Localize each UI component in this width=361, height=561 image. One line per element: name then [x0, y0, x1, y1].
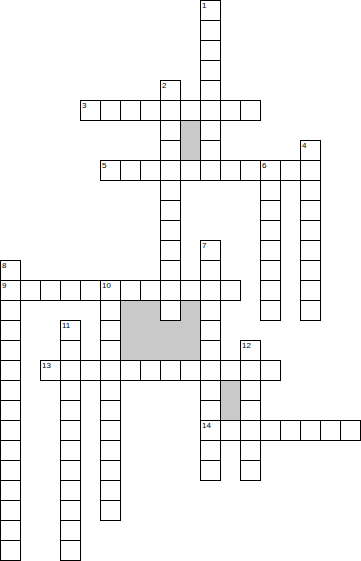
blocked-cell-r16c9: [180, 320, 201, 341]
crossword-cell-r4c10[interactable]: [200, 80, 221, 101]
crossword-cell-r19c5[interactable]: [100, 380, 121, 401]
crossword-cell-r21c15[interactable]: [300, 420, 321, 441]
crossword-cell-r5c10[interactable]: [200, 100, 221, 121]
crossword-cell-r3c10[interactable]: [200, 60, 221, 81]
crossword-cell-r21c14[interactable]: [280, 420, 301, 441]
crossword-cell-r16c5[interactable]: [100, 320, 121, 341]
blocked-cell-r6c9: [180, 120, 201, 141]
crossword-cell-r14c7[interactable]: [140, 280, 161, 301]
crossword-cell-r12c10[interactable]: [200, 240, 221, 261]
crossword-cell-r21c16[interactable]: [320, 420, 341, 441]
crossword-cell-r15c5[interactable]: [100, 300, 121, 321]
crossword-cell-r8c14[interactable]: [280, 160, 301, 181]
blocked-cell-r16c6: [120, 320, 141, 341]
crossword-cell-r26c3[interactable]: [60, 520, 81, 541]
crossword-cell-r14c11[interactable]: [220, 280, 241, 301]
crossword-cell-r17c0[interactable]: [0, 340, 21, 361]
crossword-cell-r21c10[interactable]: [200, 420, 221, 441]
blocked-cell-r17c8: [160, 340, 181, 361]
crossword-cell-r18c0[interactable]: [0, 360, 21, 381]
crossword-cell-r18c10[interactable]: [200, 360, 221, 381]
crossword-cell-r24c3[interactable]: [60, 480, 81, 501]
crossword-cell-r8c8[interactable]: [160, 160, 181, 181]
crossword-cell-r18c7[interactable]: [140, 360, 161, 381]
blocked-cell-r7c9: [180, 140, 201, 161]
crossword-cell-r14c13[interactable]: [260, 280, 281, 301]
crossword-cell-r7c10[interactable]: [200, 140, 221, 161]
crossword-cell-r23c3[interactable]: [60, 460, 81, 481]
crossword-cell-r5c11[interactable]: [220, 100, 241, 121]
crossword-cell-r17c5[interactable]: [100, 340, 121, 361]
blocked-cell-r16c7: [140, 320, 161, 341]
blocked-cell-r15c9: [180, 300, 201, 321]
crossword-cell-r8c11[interactable]: [220, 160, 241, 181]
crossword-cell-r23c10[interactable]: [200, 460, 221, 481]
crossword-cell-r23c5[interactable]: [100, 460, 121, 481]
crossword-cell-r21c12[interactable]: [240, 420, 261, 441]
blocked-cell-r17c9: [180, 340, 201, 361]
crossword-cell-r9c13[interactable]: [260, 180, 281, 201]
crossword-cell-r8c6[interactable]: [120, 160, 141, 181]
crossword-cell-r20c12[interactable]: [240, 400, 261, 421]
crossword-cell-r18c8[interactable]: [160, 360, 181, 381]
crossword-cell-r14c1[interactable]: [20, 280, 41, 301]
blocked-cell-r20c11: [220, 400, 241, 421]
crossword-cell-r8c13[interactable]: [260, 160, 281, 181]
crossword-cell-r17c3[interactable]: [60, 340, 81, 361]
crossword-cell-r14c15[interactable]: [300, 280, 321, 301]
crossword-cell-r13c13[interactable]: [260, 260, 281, 281]
crossword-cell-r11c8[interactable]: [160, 220, 181, 241]
crossword-cell-r8c12[interactable]: [240, 160, 261, 181]
crossword-cell-r22c12[interactable]: [240, 440, 261, 461]
crossword-cell-r8c15[interactable]: [300, 160, 321, 181]
blocked-cell-r17c7: [140, 340, 161, 361]
crossword-cell-r19c3[interactable]: [60, 380, 81, 401]
crossword-cell-r27c0[interactable]: [0, 540, 21, 561]
crossword-cell-r18c12[interactable]: [240, 360, 261, 381]
crossword-cell-r11c15[interactable]: [300, 220, 321, 241]
crossword-cell-r15c10[interactable]: [200, 300, 221, 321]
crossword-cell-r7c8[interactable]: [160, 140, 181, 161]
crossword-cell-r21c0[interactable]: [0, 420, 21, 441]
crossword-cell-r22c0[interactable]: [0, 440, 21, 461]
crossword-cell-r5c9[interactable]: [180, 100, 201, 121]
crossword-cell-r16c0[interactable]: [0, 320, 21, 341]
crossword-cell-r11c13[interactable]: [260, 220, 281, 241]
crossword-cell-r13c15[interactable]: [300, 260, 321, 281]
crossword-cell-r25c5[interactable]: [100, 500, 121, 521]
crossword-cell-r15c15[interactable]: [300, 300, 321, 321]
crossword-cell-r22c3[interactable]: [60, 440, 81, 461]
crossword-cell-r15c0[interactable]: [0, 300, 21, 321]
crossword-cell-r13c10[interactable]: [200, 260, 221, 281]
crossword-cell-r23c12[interactable]: [240, 460, 261, 481]
crossword-cell-r16c10[interactable]: [200, 320, 221, 341]
blocked-cell-r17c6: [120, 340, 141, 361]
crossword-cell-r17c12[interactable]: [240, 340, 261, 361]
crossword-cell-r7c15[interactable]: [300, 140, 321, 161]
crossword-cell-r14c10[interactable]: [200, 280, 221, 301]
blocked-cell-r15c6: [120, 300, 141, 321]
crossword-cell-r17c10[interactable]: [200, 340, 221, 361]
crossword-cell-r8c5[interactable]: [100, 160, 121, 181]
crossword-cell-r21c13[interactable]: [260, 420, 281, 441]
blocked-cell-r15c7: [140, 300, 161, 321]
crossword-cell-r21c5[interactable]: [100, 420, 121, 441]
crossword-cell-r21c11[interactable]: [220, 420, 241, 441]
crossword-cell-r21c3[interactable]: [60, 420, 81, 441]
crossword-cell-r22c5[interactable]: [100, 440, 121, 461]
crossword-cell-r20c5[interactable]: [100, 400, 121, 421]
crossword-cell-r20c0[interactable]: [0, 400, 21, 421]
crossword-cell-r10c13[interactable]: [260, 200, 281, 221]
crossword-cell-r8c10[interactable]: [200, 160, 221, 181]
crossword-cell-r8c9[interactable]: [180, 160, 201, 181]
blocked-cell-r19c11: [220, 380, 241, 401]
crossword-cell-r15c8[interactable]: [160, 300, 181, 321]
crossword-cell-r20c10[interactable]: [200, 400, 221, 421]
crossword-cell-r14c2[interactable]: [40, 280, 61, 301]
crossword-cell-r21c17[interactable]: [340, 420, 361, 441]
crossword-cell-r16c3[interactable]: [60, 320, 81, 341]
crossword-cell-r27c3[interactable]: [60, 540, 81, 561]
crossword-cell-r14c5[interactable]: [100, 280, 121, 301]
crossword-cell-r14c6[interactable]: [120, 280, 141, 301]
crossword-cell-r6c8[interactable]: [160, 120, 181, 141]
crossword-cell-r4c8[interactable]: [160, 80, 181, 101]
crossword-cell-r14c9[interactable]: [180, 280, 201, 301]
crossword-cell-r1c10[interactable]: [200, 20, 221, 41]
crossword-cell-r18c13[interactable]: [260, 360, 281, 381]
crossword-cell-r14c0[interactable]: [0, 280, 21, 301]
crossword-cell-r19c10[interactable]: [200, 380, 221, 401]
crossword-cell-r25c3[interactable]: [60, 500, 81, 521]
crossword-cell-r5c6[interactable]: [120, 100, 141, 121]
crossword-cell-r14c3[interactable]: [60, 280, 81, 301]
crossword-cell-r22c10[interactable]: [200, 440, 221, 461]
crossword-cell-r12c15[interactable]: [300, 240, 321, 261]
crossword-cell-r18c2[interactable]: [40, 360, 61, 381]
crossword-cell-r15c13[interactable]: [260, 300, 281, 321]
crossword-cell-r5c5[interactable]: [100, 100, 121, 121]
crossword-board: 1234567891011121314: [0, 0, 361, 561]
crossword-cell-r13c0[interactable]: [0, 260, 21, 281]
crossword-cell-r18c5[interactable]: [100, 360, 121, 381]
blocked-cell-r16c8: [160, 320, 181, 341]
crossword-cell-r24c5[interactable]: [100, 480, 121, 501]
crossword-cell-r18c4[interactable]: [80, 360, 101, 381]
crossword-cell-r0c10[interactable]: [200, 0, 221, 21]
crossword-cell-r9c8[interactable]: [160, 180, 181, 201]
crossword-cell-r24c0[interactable]: [0, 480, 21, 501]
crossword-cell-r12c8[interactable]: [160, 240, 181, 261]
crossword-cell-r25c0[interactable]: [0, 500, 21, 521]
crossword-cell-r14c8[interactable]: [160, 280, 181, 301]
crossword-cell-r20c3[interactable]: [60, 400, 81, 421]
crossword-cell-r6c10[interactable]: [200, 120, 221, 141]
crossword-cell-r18c9[interactable]: [180, 360, 201, 381]
crossword-cell-r19c0[interactable]: [0, 380, 21, 401]
crossword-cell-r10c8[interactable]: [160, 200, 181, 221]
crossword-cell-r18c3[interactable]: [60, 360, 81, 381]
crossword-cell-r26c0[interactable]: [0, 520, 21, 541]
crossword-cell-r23c0[interactable]: [0, 460, 21, 481]
crossword-cell-r13c8[interactable]: [160, 260, 181, 281]
crossword-cell-r5c4[interactable]: [80, 100, 101, 121]
crossword-cell-r18c6[interactable]: [120, 360, 141, 381]
crossword-cell-r2c10[interactable]: [200, 40, 221, 61]
crossword-cell-r8c7[interactable]: [140, 160, 161, 181]
crossword-cell-r9c15[interactable]: [300, 180, 321, 201]
crossword-cell-r14c4[interactable]: [80, 280, 101, 301]
crossword-cell-r12c13[interactable]: [260, 240, 281, 261]
crossword-cell-r18c11[interactable]: [220, 360, 241, 381]
crossword-cell-r19c12[interactable]: [240, 380, 261, 401]
crossword-cell-r5c7[interactable]: [140, 100, 161, 121]
crossword-cell-r5c8[interactable]: [160, 100, 181, 121]
crossword-cell-r5c12[interactable]: [240, 100, 261, 121]
crossword-cell-r10c15[interactable]: [300, 200, 321, 221]
